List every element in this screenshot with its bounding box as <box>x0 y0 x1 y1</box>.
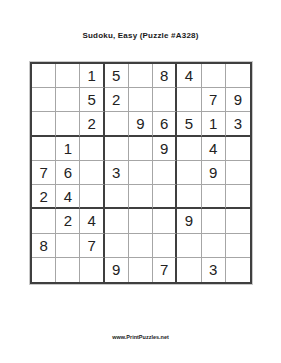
cell-r8c4 <box>105 234 129 258</box>
cell-r5c8: 9 <box>202 161 226 185</box>
cell-r3c6: 6 <box>153 112 177 136</box>
cell-r7c9 <box>226 209 250 233</box>
cell-r5c9 <box>226 161 250 185</box>
cell-r4c9 <box>226 137 250 161</box>
cell-r9c5 <box>129 258 153 282</box>
cell-r3c4 <box>105 112 129 136</box>
cell-r7c5 <box>129 209 153 233</box>
cell-r7c7: 9 <box>177 209 201 233</box>
cell-r1c7: 4 <box>177 64 201 88</box>
cell-r6c9 <box>226 185 250 209</box>
cell-r6c5 <box>129 185 153 209</box>
cell-r5c1: 7 <box>32 161 56 185</box>
cell-r9c3 <box>80 258 104 282</box>
cell-r2c5 <box>129 88 153 112</box>
cell-r4c3 <box>80 137 104 161</box>
cell-r8c9 <box>226 234 250 258</box>
cell-r1c3: 1 <box>80 64 104 88</box>
cell-r6c2: 4 <box>56 185 80 209</box>
cell-r9c4: 9 <box>105 258 129 282</box>
cell-r4c8: 4 <box>202 137 226 161</box>
cell-r8c5 <box>129 234 153 258</box>
cell-r5c6 <box>153 161 177 185</box>
cell-r2c9: 9 <box>226 88 250 112</box>
cell-r8c2 <box>56 234 80 258</box>
cell-r4c2: 1 <box>56 137 80 161</box>
cell-r1c6: 8 <box>153 64 177 88</box>
cell-r6c4 <box>105 185 129 209</box>
cell-r1c4: 5 <box>105 64 129 88</box>
cell-r3c5: 9 <box>129 112 153 136</box>
cell-r9c1 <box>32 258 56 282</box>
footer-url: www.PrintPuzzles.net <box>0 334 281 340</box>
cell-r2c8: 7 <box>202 88 226 112</box>
cell-r1c5 <box>129 64 153 88</box>
cell-r6c7 <box>177 185 201 209</box>
cell-r5c3 <box>80 161 104 185</box>
cell-r3c9: 3 <box>226 112 250 136</box>
cell-r2c3: 5 <box>80 88 104 112</box>
cell-r8c3: 7 <box>80 234 104 258</box>
cell-r3c1 <box>32 112 56 136</box>
cell-r3c2 <box>56 112 80 136</box>
cell-r2c7 <box>177 88 201 112</box>
cell-r2c6 <box>153 88 177 112</box>
cell-r1c9 <box>226 64 250 88</box>
cell-r3c3: 2 <box>80 112 104 136</box>
cell-r1c8 <box>202 64 226 88</box>
cell-r1c2 <box>56 64 80 88</box>
cell-r9c8: 3 <box>202 258 226 282</box>
cell-r7c1 <box>32 209 56 233</box>
cell-r2c4: 2 <box>105 88 129 112</box>
cell-r5c7 <box>177 161 201 185</box>
cell-r6c1: 2 <box>32 185 56 209</box>
cell-r5c5 <box>129 161 153 185</box>
cell-r8c8 <box>202 234 226 258</box>
cell-r2c1 <box>32 88 56 112</box>
cell-r8c1: 8 <box>32 234 56 258</box>
cell-r8c7 <box>177 234 201 258</box>
cell-r6c6 <box>153 185 177 209</box>
cell-r9c2 <box>56 258 80 282</box>
printable-page: Sudoku, Easy (Puzzle #A328) 158452792965… <box>0 0 281 363</box>
cell-r6c3 <box>80 185 104 209</box>
cell-r6c8 <box>202 185 226 209</box>
cell-r1c1 <box>32 64 56 88</box>
cell-r7c6 <box>153 209 177 233</box>
cell-r7c2: 2 <box>56 209 80 233</box>
cell-r4c7 <box>177 137 201 161</box>
sudoku-board: 1584527929651319476392424987973 <box>30 62 252 284</box>
cell-r4c4 <box>105 137 129 161</box>
cell-r9c9 <box>226 258 250 282</box>
cell-r5c2: 6 <box>56 161 80 185</box>
cell-r3c8: 1 <box>202 112 226 136</box>
cell-r9c7 <box>177 258 201 282</box>
cell-r8c6 <box>153 234 177 258</box>
cell-r7c8 <box>202 209 226 233</box>
puzzle-title: Sudoku, Easy (Puzzle #A328) <box>0 31 281 40</box>
cell-r4c6: 9 <box>153 137 177 161</box>
cell-r3c7: 5 <box>177 112 201 136</box>
cell-r9c6: 7 <box>153 258 177 282</box>
cell-r4c5 <box>129 137 153 161</box>
cell-r7c3: 4 <box>80 209 104 233</box>
cell-r5c4: 3 <box>105 161 129 185</box>
cell-r2c2 <box>56 88 80 112</box>
cell-r4c1 <box>32 137 56 161</box>
cell-r7c4 <box>105 209 129 233</box>
